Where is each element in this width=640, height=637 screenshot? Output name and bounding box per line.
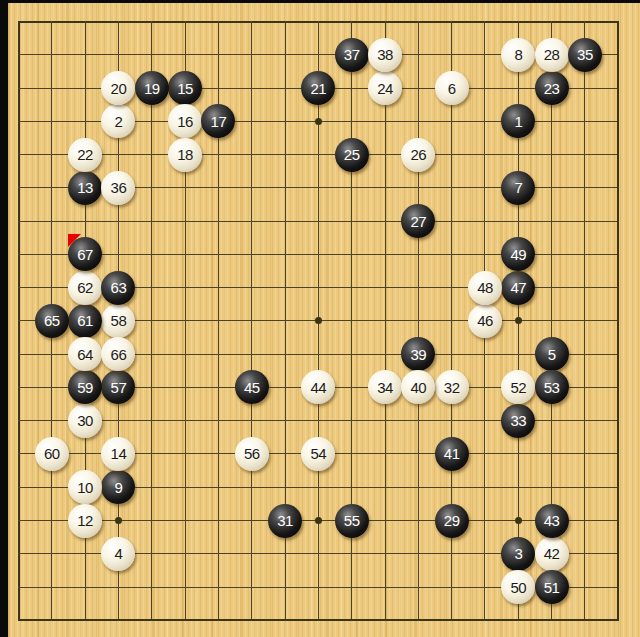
move-number: 21 (311, 81, 327, 96)
black-stone-49: 49 (501, 237, 535, 271)
move-number: 61 (77, 313, 93, 328)
black-stone-29: 29 (435, 504, 469, 538)
move-number: 10 (77, 480, 93, 495)
white-stone-40: 40 (401, 370, 435, 404)
black-stone-55: 55 (335, 504, 369, 538)
black-stone-33: 33 (501, 404, 535, 438)
last-move-red-triangle-marker (68, 234, 81, 247)
move-number: 7 (514, 180, 522, 195)
white-stone-46: 46 (468, 304, 502, 338)
move-number: 27 (410, 214, 426, 229)
black-stone-41: 41 (435, 437, 469, 471)
move-number: 18 (177, 147, 193, 162)
white-stone-64: 64 (68, 337, 102, 371)
move-number: 33 (510, 413, 526, 428)
star-point (315, 118, 322, 125)
black-stone-63: 63 (101, 271, 135, 305)
go-board[interactable]: 1234567891012131415161718192021222324252… (8, 3, 640, 637)
grid-horizontal-line (18, 619, 620, 621)
star-point (515, 517, 522, 524)
white-stone-66: 66 (101, 337, 135, 371)
move-number: 29 (444, 513, 460, 528)
white-stone-50: 50 (501, 570, 535, 604)
move-number: 55 (344, 513, 360, 528)
move-number: 56 (244, 446, 260, 461)
move-number: 13 (77, 180, 93, 195)
move-number: 15 (177, 81, 193, 96)
white-stone-4: 4 (101, 537, 135, 571)
white-stone-38: 38 (368, 38, 402, 72)
move-number: 57 (111, 380, 127, 395)
move-number: 36 (111, 180, 127, 195)
move-number: 24 (377, 81, 393, 96)
grid-vertical-line (617, 21, 619, 622)
grid-vertical-line (584, 21, 585, 622)
white-stone-28: 28 (535, 38, 569, 72)
black-stone-27: 27 (401, 204, 435, 238)
move-number: 63 (111, 280, 127, 295)
white-stone-54: 54 (301, 437, 335, 471)
move-number: 67 (77, 247, 93, 262)
black-stone-23: 23 (535, 71, 569, 105)
black-stone-65: 65 (35, 304, 69, 338)
move-number: 22 (77, 147, 93, 162)
move-number: 19 (144, 81, 160, 96)
move-number: 60 (44, 446, 60, 461)
white-stone-56: 56 (235, 437, 269, 471)
move-number: 16 (177, 114, 193, 129)
black-stone-25: 25 (335, 138, 369, 172)
move-number: 42 (544, 546, 560, 561)
white-stone-20: 20 (101, 71, 135, 105)
black-stone-47: 47 (501, 271, 535, 305)
white-stone-14: 14 (101, 437, 135, 471)
move-number: 8 (514, 47, 522, 62)
move-number: 59 (77, 380, 93, 395)
move-number: 23 (544, 81, 560, 96)
white-stone-44: 44 (301, 370, 335, 404)
move-number: 51 (544, 580, 560, 595)
move-number: 43 (544, 513, 560, 528)
black-stone-59: 59 (68, 370, 102, 404)
move-number: 30 (77, 413, 93, 428)
grid-vertical-line (385, 21, 386, 622)
black-stone-5: 5 (535, 337, 569, 371)
black-stone-9: 9 (101, 470, 135, 504)
move-number: 20 (111, 81, 127, 96)
move-number: 47 (510, 280, 526, 295)
move-number: 31 (277, 513, 293, 528)
white-stone-42: 42 (535, 537, 569, 571)
move-number: 39 (410, 347, 426, 362)
white-stone-12: 12 (68, 504, 102, 538)
move-number: 34 (377, 380, 393, 395)
move-number: 50 (510, 580, 526, 595)
black-stone-15: 15 (168, 71, 202, 105)
white-stone-60: 60 (35, 437, 69, 471)
star-point (315, 317, 322, 324)
move-number: 12 (77, 513, 93, 528)
black-stone-35: 35 (568, 38, 602, 72)
black-stone-57: 57 (101, 370, 135, 404)
white-stone-62: 62 (68, 271, 102, 305)
white-stone-24: 24 (368, 71, 402, 105)
move-number: 2 (115, 114, 123, 129)
white-stone-52: 52 (501, 370, 535, 404)
black-stone-39: 39 (401, 337, 435, 371)
move-number: 17 (211, 114, 227, 129)
move-number: 25 (344, 147, 360, 162)
move-number: 64 (77, 347, 93, 362)
move-number: 65 (44, 313, 60, 328)
move-number: 58 (111, 313, 127, 328)
black-stone-3: 3 (501, 537, 535, 571)
move-number: 37 (344, 47, 360, 62)
move-number: 52 (510, 380, 526, 395)
white-stone-8: 8 (501, 38, 535, 72)
grid-vertical-line (418, 21, 419, 622)
move-number: 45 (244, 380, 260, 395)
black-stone-31: 31 (268, 504, 302, 538)
move-number: 48 (477, 280, 493, 295)
white-stone-2: 2 (101, 104, 135, 138)
move-number: 38 (377, 47, 393, 62)
move-number: 66 (111, 347, 127, 362)
move-number: 6 (448, 81, 456, 96)
black-stone-19: 19 (135, 71, 169, 105)
move-number: 28 (544, 47, 560, 62)
white-stone-26: 26 (401, 138, 435, 172)
move-number: 41 (444, 446, 460, 461)
black-stone-51: 51 (535, 570, 569, 604)
move-number: 4 (115, 546, 123, 561)
white-stone-22: 22 (68, 138, 102, 172)
move-number: 62 (77, 280, 93, 295)
white-stone-36: 36 (101, 171, 135, 205)
move-number: 5 (548, 347, 556, 362)
move-number: 40 (410, 380, 426, 395)
black-stone-53: 53 (535, 370, 569, 404)
move-number: 35 (577, 47, 593, 62)
white-stone-18: 18 (168, 138, 202, 172)
move-number: 1 (514, 114, 522, 129)
move-number: 26 (410, 147, 426, 162)
move-number: 49 (510, 247, 526, 262)
move-number: 14 (111, 446, 127, 461)
move-number: 54 (311, 446, 327, 461)
move-number: 46 (477, 313, 493, 328)
black-stone-17: 17 (201, 104, 235, 138)
move-number: 53 (544, 380, 560, 395)
white-stone-16: 16 (168, 104, 202, 138)
white-stone-58: 58 (101, 304, 135, 338)
move-number: 3 (514, 546, 522, 561)
star-point (315, 517, 322, 524)
move-number: 44 (311, 380, 327, 395)
black-stone-1: 1 (501, 104, 535, 138)
move-number: 32 (444, 380, 460, 395)
star-point (515, 317, 522, 324)
white-stone-10: 10 (68, 470, 102, 504)
star-point (115, 517, 122, 524)
white-stone-30: 30 (68, 404, 102, 438)
black-stone-37: 37 (335, 38, 369, 72)
white-stone-32: 32 (435, 370, 469, 404)
black-stone-61: 61 (68, 304, 102, 338)
black-stone-21: 21 (301, 71, 335, 105)
black-stone-45: 45 (235, 370, 269, 404)
white-stone-48: 48 (468, 271, 502, 305)
black-stone-43: 43 (535, 504, 569, 538)
black-stone-13: 13 (68, 171, 102, 205)
move-number: 9 (115, 480, 123, 495)
white-stone-34: 34 (368, 370, 402, 404)
white-stone-6: 6 (435, 71, 469, 105)
black-stone-7: 7 (501, 171, 535, 205)
